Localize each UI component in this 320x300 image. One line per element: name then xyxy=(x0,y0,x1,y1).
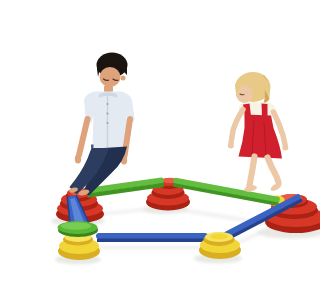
photo-canvas xyxy=(40,16,320,300)
girl-left-arm xyxy=(231,110,243,143)
girl xyxy=(228,72,288,193)
balance-course-photo xyxy=(40,16,320,300)
boy-left-hand xyxy=(75,155,81,164)
plank-top-face xyxy=(173,178,280,204)
girl-front-leg xyxy=(250,157,255,186)
boy-shirt-tag xyxy=(91,145,94,149)
girl-back-leg xyxy=(268,158,279,183)
plank-top-face xyxy=(96,233,208,239)
disc-highlight xyxy=(61,222,91,230)
boy-left-arm xyxy=(79,119,88,155)
girl-strap-right xyxy=(262,104,268,117)
boy xyxy=(69,53,135,197)
boy-button xyxy=(106,103,108,105)
plank-side-face xyxy=(97,239,207,243)
shadow-blue-plank-bottom xyxy=(98,246,206,250)
blue-plank-bottom xyxy=(96,233,208,242)
girl-left-hand xyxy=(228,143,234,149)
green-wobble-disc xyxy=(58,221,99,237)
boy-ear xyxy=(121,76,126,81)
dome-cap-ridge xyxy=(210,234,228,240)
boy-face xyxy=(100,67,121,87)
girl-right-hand xyxy=(282,145,288,151)
boy-button xyxy=(106,122,108,124)
boy-button xyxy=(106,112,108,114)
